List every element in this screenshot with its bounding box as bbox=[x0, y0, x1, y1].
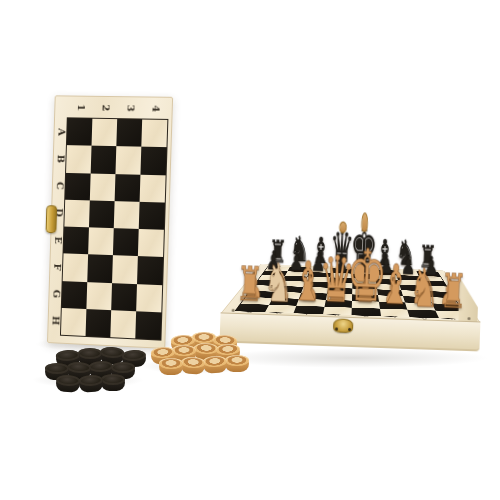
folded-square-G3 bbox=[111, 283, 137, 311]
folded-square-C4 bbox=[140, 174, 166, 202]
piece-white-knight-g1: ♞ bbox=[408, 261, 440, 315]
folded-square-A1 bbox=[67, 118, 92, 146]
folded-square-D1 bbox=[64, 199, 89, 227]
folded-square-G4 bbox=[136, 284, 162, 312]
folded-col-label-1: 1 bbox=[75, 104, 85, 111]
checker-top bbox=[45, 363, 69, 374]
checker-top bbox=[111, 362, 135, 373]
folded-row-label-E: E bbox=[53, 236, 63, 244]
folded-square-C2 bbox=[90, 173, 116, 201]
checker-black-10 bbox=[79, 374, 104, 392]
folded-col-label-3: 3 bbox=[125, 105, 135, 112]
folded-square-E3 bbox=[113, 228, 139, 256]
checker-wood-11 bbox=[225, 355, 249, 372]
folded-square-E4 bbox=[138, 229, 164, 257]
folded-square-C1 bbox=[65, 172, 90, 200]
folded-col-label-2: 2 bbox=[100, 104, 110, 111]
folded-square-G1 bbox=[62, 281, 87, 309]
folded-square-B4 bbox=[140, 147, 166, 175]
checker-wood-10 bbox=[203, 355, 228, 373]
wood-tip-e8 bbox=[361, 213, 368, 233]
folded-board: 1234ABCDEFGH bbox=[47, 95, 173, 349]
folded-square-D4 bbox=[139, 202, 165, 230]
folded-square-F2 bbox=[87, 254, 113, 282]
checker-top bbox=[225, 355, 249, 366]
folded-square-H2 bbox=[86, 309, 112, 337]
folded-square-B3 bbox=[115, 146, 141, 174]
folded-square-A4 bbox=[141, 120, 167, 148]
wood-checkers-group bbox=[143, 326, 253, 382]
folded-square-A2 bbox=[92, 119, 118, 147]
piece-white-rook-h1: ♜ bbox=[439, 268, 467, 316]
checker-top bbox=[172, 345, 196, 356]
folded-row-label-G: G bbox=[51, 289, 61, 298]
checker-black-11 bbox=[101, 374, 125, 391]
folded-square-E1 bbox=[64, 227, 89, 255]
folded-square-A3 bbox=[116, 119, 142, 147]
folded-row-label-H: H bbox=[50, 316, 60, 326]
folded-board-coordinates: 1234ABCDEFGH bbox=[56, 96, 172, 97]
checker-black-9 bbox=[56, 374, 81, 392]
folded-row-label-A: A bbox=[56, 128, 66, 136]
folded-square-B1 bbox=[66, 145, 91, 173]
folded-square-F4 bbox=[137, 256, 163, 284]
piece-white-rook-a1: ♜ bbox=[236, 261, 264, 309]
folded-board-latch-icon bbox=[46, 205, 58, 233]
checker-top bbox=[159, 358, 183, 369]
folded-square-D2 bbox=[89, 200, 115, 228]
checker-top bbox=[101, 374, 125, 385]
folded-row-label-C: C bbox=[54, 182, 64, 190]
folded-row-label-F: F bbox=[52, 263, 62, 270]
folded-square-E2 bbox=[88, 227, 114, 255]
folded-square-F1 bbox=[63, 254, 88, 282]
checker-wood-8 bbox=[159, 358, 183, 375]
folded-square-H3 bbox=[110, 310, 136, 338]
product-photo-stage: 1234ABCDEFGH abcdefgh ♜♞♝♛♚♝♞♜♟♟♟♟♟♟♟♟♟♟… bbox=[0, 0, 500, 500]
folded-col-label-4: 4 bbox=[150, 105, 160, 112]
folded-square-F3 bbox=[112, 255, 138, 283]
folded-square-G2 bbox=[86, 282, 112, 310]
folded-row-label-B: B bbox=[55, 154, 65, 163]
folded-square-H1 bbox=[61, 308, 86, 336]
checker-wood-9 bbox=[181, 356, 206, 374]
folded-square-D3 bbox=[114, 201, 140, 229]
folded-square-B2 bbox=[91, 146, 117, 174]
black-checkers-group bbox=[38, 342, 148, 398]
checker-top bbox=[78, 348, 102, 359]
piece-white-knight-b1: ♞ bbox=[263, 256, 295, 310]
folded-board-grid bbox=[61, 118, 167, 339]
piece-white-bishop-f1: ♝ bbox=[379, 258, 412, 314]
wood-tip-d8 bbox=[339, 221, 347, 233]
folded-square-C3 bbox=[115, 174, 141, 202]
